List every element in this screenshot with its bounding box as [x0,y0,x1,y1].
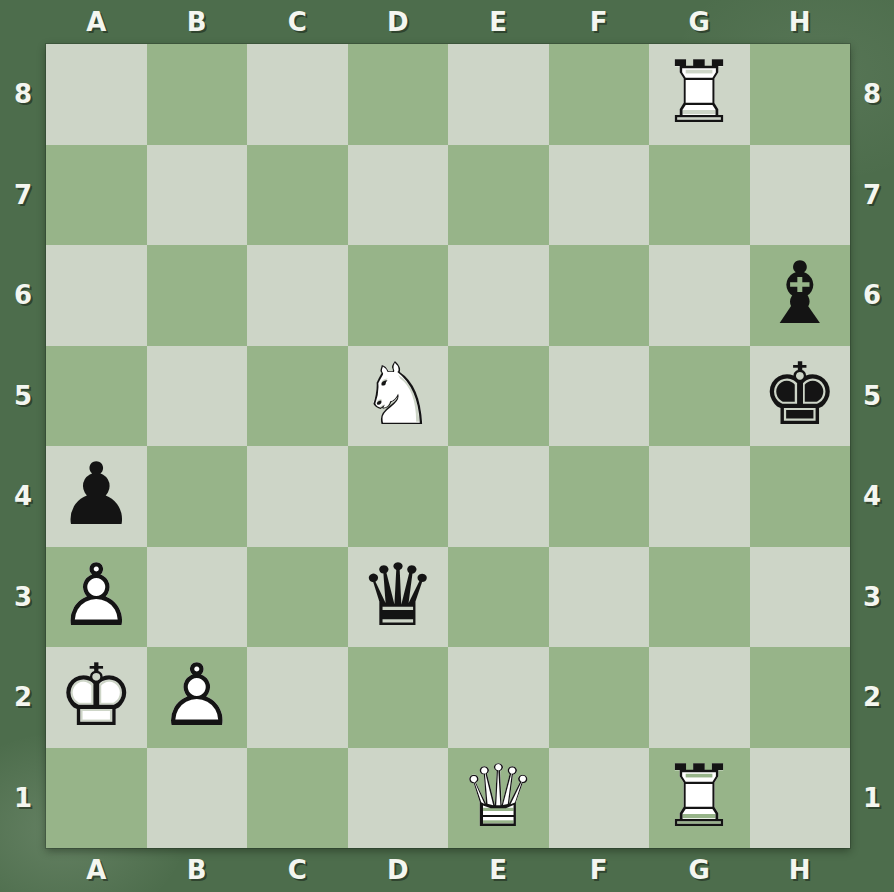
square-g2[interactable] [649,647,750,748]
square-a6[interactable] [46,245,147,346]
square-h8[interactable] [750,44,851,145]
square-d3[interactable]: ♛ [348,547,449,648]
square-h3[interactable] [750,547,851,648]
white-king-piece[interactable]: ♚♔ [46,647,147,748]
file-label-d-top: D [348,0,449,44]
square-a8[interactable] [46,44,147,145]
file-label-c-top: C [247,0,348,44]
file-label-g-top: G [649,0,750,44]
rank-label-7-left: 7 [0,145,46,246]
square-e6[interactable] [448,245,549,346]
rank-label-5-right: 5 [850,346,894,447]
rank-label-4-right: 4 [850,446,894,547]
square-d6[interactable] [348,245,449,346]
square-c4[interactable] [247,446,348,547]
square-e8[interactable] [448,44,549,145]
white-rook-piece[interactable]: ♜♖ [649,44,750,145]
file-label-c-bottom: C [247,848,348,892]
rank-label-3-right: 3 [850,547,894,648]
square-d7[interactable] [348,145,449,246]
square-b3[interactable] [147,547,248,648]
chess-board: ♜♖♝♞♘♚♟♟♙♛♚♔♟♙♛♕♜♖ [46,44,850,848]
white-knight-piece[interactable]: ♞♘ [348,346,449,447]
square-g3[interactable] [649,547,750,648]
square-c5[interactable] [247,346,348,447]
square-e3[interactable] [448,547,549,648]
file-label-h-bottom: H [750,848,851,892]
square-a5[interactable] [46,346,147,447]
square-f8[interactable] [549,44,650,145]
black-bishop-icon: ♝ [750,251,851,337]
file-label-e-bottom: E [448,848,549,892]
square-f5[interactable] [549,346,650,447]
white-pawn-piece[interactable]: ♟♙ [147,647,248,748]
white-pawn-piece[interactable]: ♟♙ [46,547,147,648]
file-label-d-bottom: D [348,848,449,892]
file-label-a-bottom: A [46,848,147,892]
rank-labels-left: 87654321 [0,44,46,848]
white-queen-icon: ♕ [448,753,549,839]
white-pawn-icon: ♙ [46,552,147,638]
black-bishop-piece[interactable]: ♝ [750,245,851,346]
file-labels-bottom: ABCDEFGH [46,848,850,892]
rank-label-2-left: 2 [0,647,46,748]
square-f4[interactable] [549,446,650,547]
square-e5[interactable] [448,346,549,447]
white-rook-icon: ♖ [649,753,750,839]
rank-label-7-right: 7 [850,145,894,246]
square-b6[interactable] [147,245,248,346]
square-f1[interactable] [549,748,650,849]
rank-label-8-left: 8 [0,44,46,145]
square-c8[interactable] [247,44,348,145]
square-f6[interactable] [549,245,650,346]
square-f3[interactable] [549,547,650,648]
white-queen-piece[interactable]: ♛♕ [448,748,549,849]
square-e7[interactable] [448,145,549,246]
rank-label-8-right: 8 [850,44,894,145]
square-e4[interactable] [448,446,549,547]
rank-label-6-left: 6 [0,245,46,346]
square-g6[interactable] [649,245,750,346]
white-king-icon: ♔ [46,653,147,739]
white-rook-icon: ♖ [649,50,750,136]
square-b5[interactable] [147,346,248,447]
black-king-piece[interactable]: ♚ [750,346,851,447]
square-b2[interactable]: ♟♙ [147,647,248,748]
square-a4[interactable]: ♟ [46,446,147,547]
square-a1[interactable] [46,748,147,849]
square-d2[interactable] [348,647,449,748]
file-label-h-top: H [750,0,851,44]
rank-label-5-left: 5 [0,346,46,447]
rank-labels-right: 87654321 [850,44,894,848]
file-label-g-bottom: G [649,848,750,892]
square-f7[interactable] [549,145,650,246]
black-pawn-piece[interactable]: ♟ [46,446,147,547]
square-e1[interactable]: ♛♕ [448,748,549,849]
rank-label-2-right: 2 [850,647,894,748]
square-g5[interactable] [649,346,750,447]
black-pawn-icon: ♟ [46,452,147,538]
square-d1[interactable] [348,748,449,849]
square-h1[interactable] [750,748,851,849]
file-label-e-top: E [448,0,549,44]
white-pawn-icon: ♙ [147,653,248,739]
square-c1[interactable] [247,748,348,849]
square-a7[interactable] [46,145,147,246]
black-queen-piece[interactable]: ♛ [348,547,449,648]
square-d4[interactable] [348,446,449,547]
square-h7[interactable] [750,145,851,246]
square-g7[interactable] [649,145,750,246]
square-d5[interactable]: ♞♘ [348,346,449,447]
square-c2[interactable] [247,647,348,748]
square-e2[interactable] [448,647,549,748]
white-knight-icon: ♘ [348,351,449,437]
square-h5[interactable]: ♚ [750,346,851,447]
chess-diagram-frame: ABCDEFGH ABCDEFGH 87654321 87654321 ♜♖♝♞… [0,0,894,892]
square-a3[interactable]: ♟♙ [46,547,147,648]
black-queen-icon: ♛ [348,552,449,638]
square-d8[interactable] [348,44,449,145]
rank-label-6-right: 6 [850,245,894,346]
square-c7[interactable] [247,145,348,246]
file-label-a-top: A [46,0,147,44]
file-labels-top: ABCDEFGH [46,0,850,44]
square-b1[interactable] [147,748,248,849]
square-b7[interactable] [147,145,248,246]
square-g1[interactable]: ♜♖ [649,748,750,849]
square-f2[interactable] [549,647,650,748]
square-c3[interactable] [247,547,348,648]
square-g4[interactable] [649,446,750,547]
square-h4[interactable] [750,446,851,547]
file-label-f-top: F [549,0,650,44]
square-c6[interactable] [247,245,348,346]
square-h6[interactable]: ♝ [750,245,851,346]
rank-label-4-left: 4 [0,446,46,547]
file-label-b-top: B [147,0,248,44]
square-b8[interactable] [147,44,248,145]
rank-label-1-left: 1 [0,748,46,849]
square-g8[interactable]: ♜♖ [649,44,750,145]
rank-label-1-right: 1 [850,748,894,849]
black-king-icon: ♚ [750,351,851,437]
file-label-b-bottom: B [147,848,248,892]
square-b4[interactable] [147,446,248,547]
rank-label-3-left: 3 [0,547,46,648]
square-h2[interactable] [750,647,851,748]
square-a2[interactable]: ♚♔ [46,647,147,748]
file-label-f-bottom: F [549,848,650,892]
white-rook-piece[interactable]: ♜♖ [649,748,750,849]
